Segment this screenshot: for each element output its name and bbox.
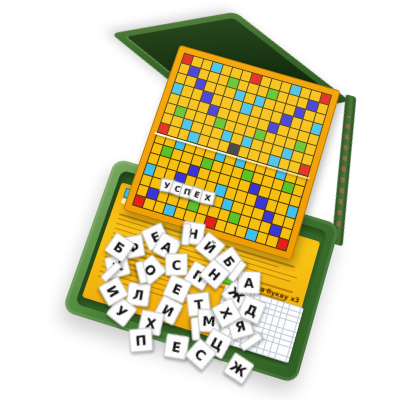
board-tile[interactable]: Х: [199, 189, 216, 205]
game-box-photo: очки за букву х2 очки за слово х2 очки з…: [0, 0, 400, 400]
loose-tile[interactable]: Ж: [223, 352, 255, 385]
open-box: очки за букву х2 очки за слово х2 очки з…: [0, 0, 400, 400]
loose-tile[interactable]: П: [129, 327, 154, 353]
loose-tile[interactable]: [190, 317, 200, 341]
loose-tile[interactable]: С: [165, 253, 188, 276]
loose-tile[interactable]: А: [237, 270, 261, 294]
